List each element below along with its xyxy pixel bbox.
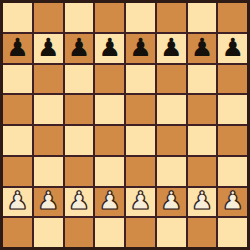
square-f1[interactable] bbox=[157, 218, 186, 247]
black-pawn[interactable]: ♟ bbox=[221, 35, 243, 60]
square-f2[interactable]: ♟ bbox=[157, 188, 186, 217]
square-a4[interactable] bbox=[3, 126, 32, 155]
square-c8[interactable] bbox=[65, 3, 94, 32]
square-g3[interactable] bbox=[188, 157, 217, 186]
white-pawn[interactable]: ♟ bbox=[191, 188, 213, 213]
white-pawn[interactable]: ♟ bbox=[98, 188, 120, 213]
square-d1[interactable] bbox=[95, 218, 124, 247]
square-e7[interactable]: ♟ bbox=[126, 34, 155, 63]
square-b7[interactable]: ♟ bbox=[34, 34, 63, 63]
square-d5[interactable] bbox=[95, 95, 124, 124]
black-pawn[interactable]: ♟ bbox=[160, 35, 182, 60]
square-a5[interactable] bbox=[3, 95, 32, 124]
square-c5[interactable] bbox=[65, 95, 94, 124]
square-g5[interactable] bbox=[188, 95, 217, 124]
square-f6[interactable] bbox=[157, 65, 186, 94]
square-c6[interactable] bbox=[65, 65, 94, 94]
square-e8[interactable] bbox=[126, 3, 155, 32]
black-pawn[interactable]: ♟ bbox=[98, 35, 120, 60]
square-d6[interactable] bbox=[95, 65, 124, 94]
square-e3[interactable] bbox=[126, 157, 155, 186]
square-b8[interactable] bbox=[34, 3, 63, 32]
square-e5[interactable] bbox=[126, 95, 155, 124]
square-b3[interactable] bbox=[34, 157, 63, 186]
square-h6[interactable] bbox=[218, 65, 247, 94]
square-d2[interactable]: ♟ bbox=[95, 188, 124, 217]
square-g4[interactable] bbox=[188, 126, 217, 155]
square-d7[interactable]: ♟ bbox=[95, 34, 124, 63]
square-c2[interactable]: ♟ bbox=[65, 188, 94, 217]
square-b2[interactable]: ♟ bbox=[34, 188, 63, 217]
white-pawn[interactable]: ♟ bbox=[129, 188, 151, 213]
square-e4[interactable] bbox=[126, 126, 155, 155]
square-a8[interactable] bbox=[3, 3, 32, 32]
square-f5[interactable] bbox=[157, 95, 186, 124]
square-b5[interactable] bbox=[34, 95, 63, 124]
square-h3[interactable] bbox=[218, 157, 247, 186]
square-g1[interactable] bbox=[188, 218, 217, 247]
square-a3[interactable] bbox=[3, 157, 32, 186]
square-b4[interactable] bbox=[34, 126, 63, 155]
square-c3[interactable] bbox=[65, 157, 94, 186]
square-c1[interactable] bbox=[65, 218, 94, 247]
black-pawn[interactable]: ♟ bbox=[191, 35, 213, 60]
square-b1[interactable] bbox=[34, 218, 63, 247]
square-a1[interactable] bbox=[3, 218, 32, 247]
square-a6[interactable] bbox=[3, 65, 32, 94]
square-d4[interactable] bbox=[95, 126, 124, 155]
square-h5[interactable] bbox=[218, 95, 247, 124]
square-d3[interactable] bbox=[95, 157, 124, 186]
white-pawn[interactable]: ♟ bbox=[37, 188, 59, 213]
square-d8[interactable] bbox=[95, 3, 124, 32]
white-pawn[interactable]: ♟ bbox=[6, 188, 28, 213]
white-pawn[interactable]: ♟ bbox=[68, 188, 90, 213]
chess-board-container: ♟♟♟♟♟♟♟♟♟♟♟♟♟♟♟♟ bbox=[0, 0, 250, 250]
square-e2[interactable]: ♟ bbox=[126, 188, 155, 217]
square-a7[interactable]: ♟ bbox=[3, 34, 32, 63]
black-pawn[interactable]: ♟ bbox=[37, 35, 59, 60]
square-e1[interactable] bbox=[126, 218, 155, 247]
square-f8[interactable] bbox=[157, 3, 186, 32]
square-b6[interactable] bbox=[34, 65, 63, 94]
square-h2[interactable]: ♟ bbox=[218, 188, 247, 217]
black-pawn[interactable]: ♟ bbox=[6, 35, 28, 60]
square-f7[interactable]: ♟ bbox=[157, 34, 186, 63]
square-h7[interactable]: ♟ bbox=[218, 34, 247, 63]
square-g7[interactable]: ♟ bbox=[188, 34, 217, 63]
square-g2[interactable]: ♟ bbox=[188, 188, 217, 217]
white-pawn[interactable]: ♟ bbox=[221, 188, 243, 213]
square-a2[interactable]: ♟ bbox=[3, 188, 32, 217]
black-pawn[interactable]: ♟ bbox=[129, 35, 151, 60]
square-h1[interactable] bbox=[218, 218, 247, 247]
square-h4[interactable] bbox=[218, 126, 247, 155]
square-f3[interactable] bbox=[157, 157, 186, 186]
square-f4[interactable] bbox=[157, 126, 186, 155]
square-c7[interactable]: ♟ bbox=[65, 34, 94, 63]
square-c4[interactable] bbox=[65, 126, 94, 155]
black-pawn[interactable]: ♟ bbox=[68, 35, 90, 60]
square-g8[interactable] bbox=[188, 3, 217, 32]
square-h8[interactable] bbox=[218, 3, 247, 32]
chess-board: ♟♟♟♟♟♟♟♟♟♟♟♟♟♟♟♟ bbox=[0, 0, 250, 250]
white-pawn[interactable]: ♟ bbox=[160, 188, 182, 213]
square-e6[interactable] bbox=[126, 65, 155, 94]
square-g6[interactable] bbox=[188, 65, 217, 94]
